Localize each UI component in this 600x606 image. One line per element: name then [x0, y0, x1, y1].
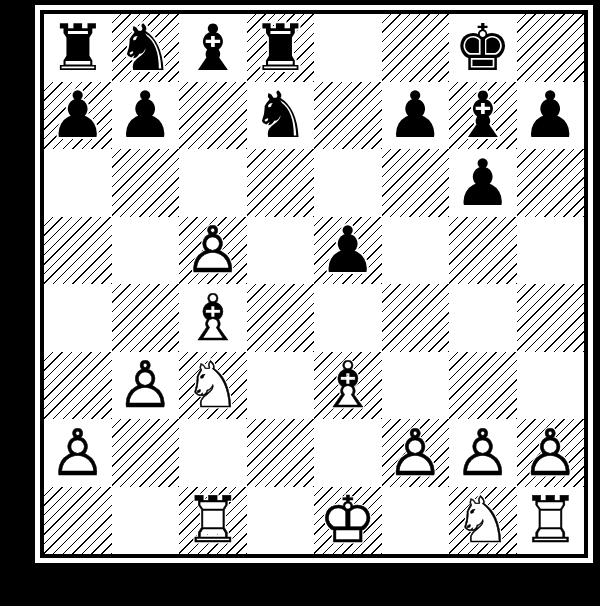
square-a5[interactable]: [44, 217, 112, 285]
square-e4[interactable]: [314, 284, 382, 352]
square-f8[interactable]: [382, 14, 450, 82]
piece-white-pawn: ♟♙: [44, 419, 112, 487]
square-f5[interactable]: [382, 217, 450, 285]
square-a8[interactable]: ♜♜: [44, 14, 112, 82]
piece-white-pawn: ♟♙: [517, 419, 585, 487]
square-a7[interactable]: ♟♟: [44, 82, 112, 150]
square-e3[interactable]: ♝♗: [314, 352, 382, 420]
piece-fill-layer: ♟: [449, 149, 517, 217]
piece-fill-layer: ♟: [179, 217, 247, 285]
square-g3[interactable]: [449, 352, 517, 420]
square-f7[interactable]: ♟♟: [382, 82, 450, 150]
square-c7[interactable]: [179, 82, 247, 150]
square-b8[interactable]: ♞♞: [112, 14, 180, 82]
piece-black-pawn: ♟♟: [382, 82, 450, 150]
chess-board-frame: ♜♜♞♞♝♝♜♜♚♚♟♟♟♟♞♞♟♟♝♝♟♟♟♟♟♙♟♟♝♗♟♙♞♘♝♗♟♙♟♙…: [35, 5, 593, 563]
piece-glyph: ♔: [314, 487, 382, 555]
square-g1[interactable]: ♞♘: [449, 487, 517, 555]
square-e7[interactable]: [314, 82, 382, 150]
square-f3[interactable]: [382, 352, 450, 420]
square-g2[interactable]: ♟♙: [449, 419, 517, 487]
square-d1[interactable]: [247, 487, 315, 555]
square-a4[interactable]: [44, 284, 112, 352]
piece-glyph: ♙: [382, 419, 450, 487]
square-f1[interactable]: [382, 487, 450, 555]
piece-white-pawn: ♟♙: [382, 419, 450, 487]
piece-fill-layer: ♞: [179, 352, 247, 420]
piece-fill-layer: ♟: [44, 419, 112, 487]
piece-fill-layer: ♚: [314, 487, 382, 555]
piece-white-pawn: ♟♙: [449, 419, 517, 487]
piece-black-pawn: ♟♟: [112, 82, 180, 150]
piece-white-rook: ♜♖: [517, 487, 585, 555]
square-e5[interactable]: ♟♟: [314, 217, 382, 285]
square-c3[interactable]: ♞♘: [179, 352, 247, 420]
piece-black-pawn: ♟♟: [314, 217, 382, 285]
piece-glyph: ♝: [179, 14, 247, 82]
square-d6[interactable]: [247, 149, 315, 217]
piece-glyph: ♙: [179, 217, 247, 285]
piece-glyph: ♙: [44, 419, 112, 487]
piece-fill-layer: ♟: [112, 82, 180, 150]
piece-fill-layer: ♜: [44, 14, 112, 82]
piece-glyph: ♞: [112, 14, 180, 82]
piece-fill-layer: ♝: [179, 14, 247, 82]
piece-fill-layer: ♝: [314, 352, 382, 420]
square-h5[interactable]: [517, 217, 585, 285]
square-h4[interactable]: [517, 284, 585, 352]
square-h6[interactable]: [517, 149, 585, 217]
square-h2[interactable]: ♟♙: [517, 419, 585, 487]
square-f6[interactable]: [382, 149, 450, 217]
piece-black-pawn: ♟♟: [517, 82, 585, 150]
square-d3[interactable]: [247, 352, 315, 420]
piece-white-king: ♚♔: [314, 487, 382, 555]
piece-fill-layer: ♟: [44, 82, 112, 150]
piece-glyph: ♙: [112, 352, 180, 420]
square-d5[interactable]: [247, 217, 315, 285]
square-a1[interactable]: [44, 487, 112, 555]
square-h8[interactable]: [517, 14, 585, 82]
square-g7[interactable]: ♝♝: [449, 82, 517, 150]
page-background: ♜♜♞♞♝♝♜♜♚♚♟♟♟♟♞♞♟♟♝♝♟♟♟♟♟♙♟♟♝♗♟♙♞♘♝♗♟♙♟♙…: [0, 0, 600, 606]
piece-white-pawn: ♟♙: [112, 352, 180, 420]
square-f2[interactable]: ♟♙: [382, 419, 450, 487]
piece-glyph: ♖: [179, 487, 247, 555]
square-d4[interactable]: [247, 284, 315, 352]
square-g5[interactable]: [449, 217, 517, 285]
piece-white-rook: ♜♖: [179, 487, 247, 555]
piece-black-pawn: ♟♟: [44, 82, 112, 150]
piece-fill-layer: ♟: [449, 419, 517, 487]
piece-glyph: ♘: [179, 352, 247, 420]
piece-glyph: ♚: [449, 14, 517, 82]
piece-white-bishop: ♝♗: [179, 284, 247, 352]
square-e1[interactable]: ♚♔: [314, 487, 382, 555]
piece-fill-layer: ♚: [449, 14, 517, 82]
square-e8[interactable]: [314, 14, 382, 82]
piece-glyph: ♟: [382, 82, 450, 150]
piece-glyph: ♖: [517, 487, 585, 555]
piece-glyph: ♟: [449, 149, 517, 217]
piece-fill-layer: ♟: [314, 217, 382, 285]
piece-black-rook: ♜♜: [44, 14, 112, 82]
square-b2[interactable]: [112, 419, 180, 487]
piece-glyph: ♟: [517, 82, 585, 150]
piece-fill-layer: ♝: [179, 284, 247, 352]
piece-black-bishop: ♝♝: [449, 82, 517, 150]
square-c2[interactable]: [179, 419, 247, 487]
piece-glyph: ♜: [247, 14, 315, 82]
square-h1[interactable]: ♜♖: [517, 487, 585, 555]
piece-fill-layer: ♞: [112, 14, 180, 82]
square-b7[interactable]: ♟♟: [112, 82, 180, 150]
piece-fill-layer: ♟: [382, 419, 450, 487]
square-a6[interactable]: [44, 149, 112, 217]
piece-fill-layer: ♟: [112, 352, 180, 420]
piece-glyph: ♟: [112, 82, 180, 150]
square-a2[interactable]: ♟♙: [44, 419, 112, 487]
piece-fill-layer: ♞: [449, 487, 517, 555]
piece-glyph: ♜: [44, 14, 112, 82]
piece-white-knight: ♞♘: [179, 352, 247, 420]
piece-white-bishop: ♝♗: [314, 352, 382, 420]
square-g6[interactable]: ♟♟: [449, 149, 517, 217]
square-b6[interactable]: [112, 149, 180, 217]
square-c1[interactable]: ♜♖: [179, 487, 247, 555]
square-c5[interactable]: ♟♙: [179, 217, 247, 285]
piece-fill-layer: ♟: [382, 82, 450, 150]
piece-fill-layer: ♜: [517, 487, 585, 555]
piece-black-knight: ♞♞: [247, 82, 315, 150]
piece-fill-layer: ♝: [449, 82, 517, 150]
square-d8[interactable]: ♜♜: [247, 14, 315, 82]
piece-white-pawn: ♟♙: [179, 217, 247, 285]
piece-glyph: ♙: [517, 419, 585, 487]
piece-glyph: ♟: [44, 82, 112, 150]
piece-fill-layer: ♞: [247, 82, 315, 150]
square-g4[interactable]: [449, 284, 517, 352]
piece-glyph: ♘: [449, 487, 517, 555]
square-h7[interactable]: ♟♟: [517, 82, 585, 150]
piece-glyph: ♝: [449, 82, 517, 150]
square-d2[interactable]: [247, 419, 315, 487]
piece-black-bishop: ♝♝: [179, 14, 247, 82]
square-b4[interactable]: [112, 284, 180, 352]
square-a3[interactable]: [44, 352, 112, 420]
square-c6[interactable]: [179, 149, 247, 217]
square-b1[interactable]: [112, 487, 180, 555]
piece-fill-layer: ♟: [517, 82, 585, 150]
piece-black-knight: ♞♞: [112, 14, 180, 82]
square-b5[interactable]: [112, 217, 180, 285]
square-h3[interactable]: [517, 352, 585, 420]
piece-glyph: ♗: [179, 284, 247, 352]
piece-black-king: ♚♚: [449, 14, 517, 82]
square-c4[interactable]: ♝♗: [179, 284, 247, 352]
square-e2[interactable]: [314, 419, 382, 487]
piece-glyph: ♟: [314, 217, 382, 285]
square-e6[interactable]: [314, 149, 382, 217]
piece-fill-layer: ♜: [247, 14, 315, 82]
square-g8[interactable]: ♚♚: [449, 14, 517, 82]
square-d7[interactable]: ♞♞: [247, 82, 315, 150]
piece-black-pawn: ♟♟: [449, 149, 517, 217]
piece-fill-layer: ♟: [517, 419, 585, 487]
piece-white-knight: ♞♘: [449, 487, 517, 555]
piece-fill-layer: ♜: [179, 487, 247, 555]
square-f4[interactable]: [382, 284, 450, 352]
piece-glyph: ♙: [449, 419, 517, 487]
square-c8[interactable]: ♝♝: [179, 14, 247, 82]
piece-glyph: ♞: [247, 82, 315, 150]
square-b3[interactable]: ♟♙: [112, 352, 180, 420]
chess-board: ♜♜♞♞♝♝♜♜♚♚♟♟♟♟♞♞♟♟♝♝♟♟♟♟♟♙♟♟♝♗♟♙♞♘♝♗♟♙♟♙…: [40, 10, 588, 558]
piece-glyph: ♗: [314, 352, 382, 420]
piece-black-rook: ♜♜: [247, 14, 315, 82]
